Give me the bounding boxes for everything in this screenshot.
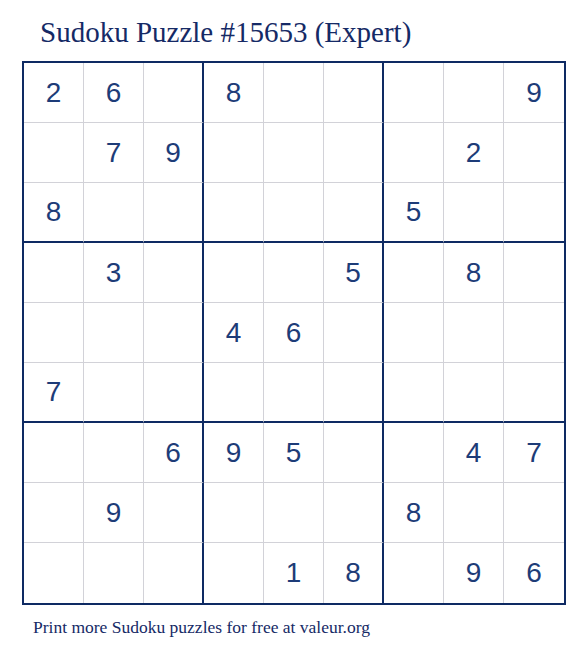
cell-r6c4	[204, 363, 264, 423]
cell-r8c1	[24, 483, 84, 543]
cell-r3c7: 5	[384, 183, 444, 243]
cell-r1c3	[144, 63, 204, 123]
cell-r4c9	[504, 243, 564, 303]
cell-r7c7	[384, 423, 444, 483]
cell-r3c2	[84, 183, 144, 243]
cell-r1c2: 6	[84, 63, 144, 123]
cell-r1c6	[324, 63, 384, 123]
cell-r7c2	[84, 423, 144, 483]
cell-r7c6	[324, 423, 384, 483]
cell-r4c4	[204, 243, 264, 303]
cell-r7c8: 4	[444, 423, 504, 483]
cell-r2c2: 7	[84, 123, 144, 183]
cell-r6c2	[84, 363, 144, 423]
cell-r4c8: 8	[444, 243, 504, 303]
cell-r4c2: 3	[84, 243, 144, 303]
sudoku-board: 26897928535846769547981896	[22, 61, 566, 605]
page: Sudoku Puzzle #15653 (Expert) 2689792853…	[0, 0, 580, 651]
cell-r5c3	[144, 303, 204, 363]
cell-r4c1	[24, 243, 84, 303]
cell-r8c9	[504, 483, 564, 543]
cell-r5c5: 6	[264, 303, 324, 363]
cell-r8c3	[144, 483, 204, 543]
cell-r1c1: 2	[24, 63, 84, 123]
cell-r2c8: 2	[444, 123, 504, 183]
cell-r4c3	[144, 243, 204, 303]
cell-r2c5	[264, 123, 324, 183]
cell-r6c3	[144, 363, 204, 423]
cell-r5c2	[84, 303, 144, 363]
cell-r7c4: 9	[204, 423, 264, 483]
cell-r9c9: 6	[504, 543, 564, 603]
cell-r8c5	[264, 483, 324, 543]
cell-r8c8	[444, 483, 504, 543]
cell-r5c6	[324, 303, 384, 363]
cell-r9c3	[144, 543, 204, 603]
cell-r1c5	[264, 63, 324, 123]
cell-r7c5: 5	[264, 423, 324, 483]
cell-r5c9	[504, 303, 564, 363]
cell-r9c7	[384, 543, 444, 603]
cell-r1c9: 9	[504, 63, 564, 123]
cell-r1c7	[384, 63, 444, 123]
cell-r9c4	[204, 543, 264, 603]
cell-r1c8	[444, 63, 504, 123]
cell-r2c7	[384, 123, 444, 183]
cell-r9c6: 8	[324, 543, 384, 603]
cell-r2c4	[204, 123, 264, 183]
cell-r3c9	[504, 183, 564, 243]
cell-r4c5	[264, 243, 324, 303]
cell-r6c8	[444, 363, 504, 423]
cell-r3c6	[324, 183, 384, 243]
cell-r6c9	[504, 363, 564, 423]
cell-r2c6	[324, 123, 384, 183]
cell-r3c8	[444, 183, 504, 243]
cell-r2c1	[24, 123, 84, 183]
cell-r7c3: 6	[144, 423, 204, 483]
cell-r8c7: 8	[384, 483, 444, 543]
cell-r5c8	[444, 303, 504, 363]
cell-r9c8: 9	[444, 543, 504, 603]
cell-r6c1: 7	[24, 363, 84, 423]
cell-r9c2	[84, 543, 144, 603]
cell-r3c4	[204, 183, 264, 243]
cell-r3c1: 8	[24, 183, 84, 243]
cell-r5c1	[24, 303, 84, 363]
cell-r6c7	[384, 363, 444, 423]
footer-text: Print more Sudoku puzzles for free at va…	[33, 617, 370, 638]
cell-r4c6: 5	[324, 243, 384, 303]
cell-r6c6	[324, 363, 384, 423]
cell-r9c5: 1	[264, 543, 324, 603]
cell-r5c7	[384, 303, 444, 363]
cell-r8c2: 9	[84, 483, 144, 543]
cell-r7c1	[24, 423, 84, 483]
cell-r3c5	[264, 183, 324, 243]
cell-r5c4: 4	[204, 303, 264, 363]
cell-r8c6	[324, 483, 384, 543]
cell-r9c1	[24, 543, 84, 603]
cell-r8c4	[204, 483, 264, 543]
cell-r7c9: 7	[504, 423, 564, 483]
cell-r3c3	[144, 183, 204, 243]
cell-r4c7	[384, 243, 444, 303]
cell-r2c9	[504, 123, 564, 183]
cell-r2c3: 9	[144, 123, 204, 183]
cell-r6c5	[264, 363, 324, 423]
puzzle-title: Sudoku Puzzle #15653 (Expert)	[40, 16, 411, 49]
cell-r1c4: 8	[204, 63, 264, 123]
